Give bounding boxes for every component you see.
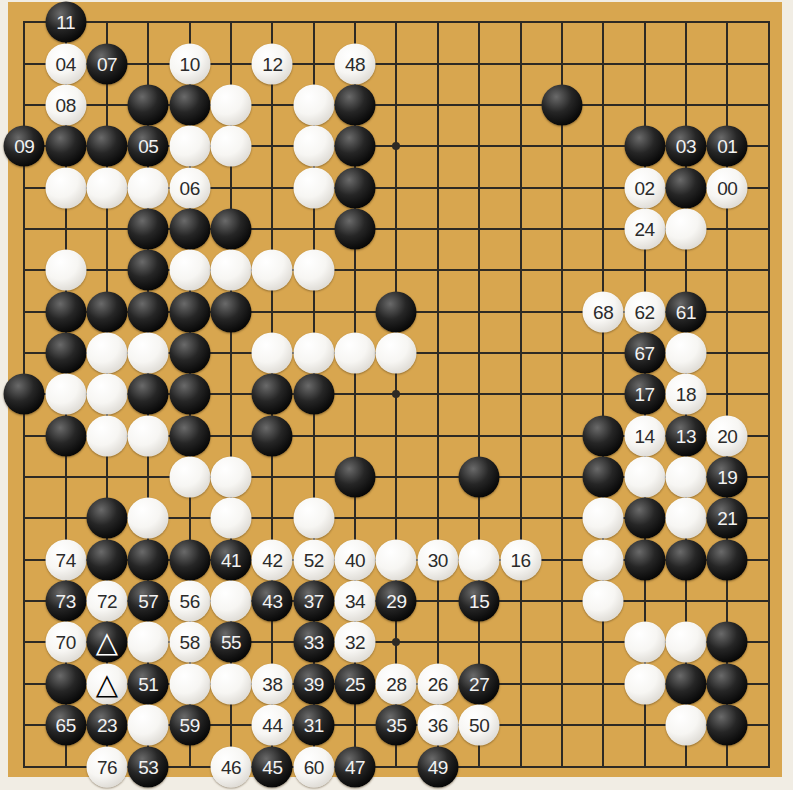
stone-black bbox=[252, 374, 293, 415]
stone-white bbox=[169, 457, 210, 498]
move-number-label: 32 bbox=[345, 633, 365, 652]
stone-black bbox=[169, 84, 210, 125]
stone-black bbox=[335, 167, 376, 208]
move-number-label: 74 bbox=[56, 550, 76, 569]
stone-black bbox=[665, 663, 706, 704]
stone-white bbox=[45, 374, 86, 415]
stone-black: 57 bbox=[128, 581, 169, 622]
stone-white: 08 bbox=[45, 84, 86, 125]
stone-white: 48 bbox=[335, 43, 376, 84]
stone-black bbox=[128, 291, 169, 332]
stone-white: 62 bbox=[624, 291, 665, 332]
stone-black: 13 bbox=[665, 415, 706, 456]
stone-white: △ bbox=[87, 663, 128, 704]
stone-black bbox=[45, 291, 86, 332]
stone-white bbox=[211, 663, 252, 704]
stone-white: 56 bbox=[169, 581, 210, 622]
stone-black bbox=[87, 291, 128, 332]
stone-black: 65 bbox=[45, 705, 86, 746]
move-number-label: 16 bbox=[510, 550, 530, 569]
stone-black bbox=[583, 457, 624, 498]
move-number-label: 14 bbox=[634, 426, 654, 445]
move-number-label: 38 bbox=[262, 674, 282, 693]
stone-white: 30 bbox=[417, 539, 458, 580]
stone-white bbox=[87, 415, 128, 456]
move-number-label: 01 bbox=[717, 137, 737, 156]
stone-white: 04 bbox=[45, 43, 86, 84]
stone-black: 61 bbox=[665, 291, 706, 332]
stone-black: 39 bbox=[293, 663, 334, 704]
move-number-label: 44 bbox=[262, 716, 282, 735]
stone-white bbox=[293, 167, 334, 208]
stone-white: 14 bbox=[624, 415, 665, 456]
star-point bbox=[392, 390, 400, 398]
move-number-label: 27 bbox=[469, 674, 489, 693]
move-number-label: 20 bbox=[717, 426, 737, 445]
stone-white bbox=[665, 208, 706, 249]
stone-black: 41 bbox=[211, 539, 252, 580]
move-number-label: 00 bbox=[717, 178, 737, 197]
stone-black: 49 bbox=[417, 746, 458, 787]
move-number-label: 35 bbox=[386, 716, 406, 735]
stone-black bbox=[169, 539, 210, 580]
stone-white bbox=[293, 126, 334, 167]
stone-black: 59 bbox=[169, 705, 210, 746]
stone-white bbox=[87, 333, 128, 374]
stone-white bbox=[128, 415, 169, 456]
stone-black bbox=[252, 415, 293, 456]
stone-white bbox=[624, 663, 665, 704]
stone-black: 23 bbox=[87, 705, 128, 746]
move-number-label: 33 bbox=[304, 633, 324, 652]
stone-white: 44 bbox=[252, 705, 293, 746]
stone-black bbox=[335, 208, 376, 249]
move-number-label: 47 bbox=[345, 757, 365, 776]
stone-white: 58 bbox=[169, 622, 210, 663]
stone-black bbox=[376, 291, 417, 332]
stone-black bbox=[211, 208, 252, 249]
stone-white bbox=[211, 126, 252, 167]
stone-white: 20 bbox=[707, 415, 748, 456]
move-number-label: 29 bbox=[386, 592, 406, 611]
stone-black: 37 bbox=[293, 581, 334, 622]
stone-white bbox=[211, 457, 252, 498]
stone-white: 02 bbox=[624, 167, 665, 208]
stone-white bbox=[376, 539, 417, 580]
triangle-mark: △ bbox=[96, 628, 118, 657]
stone-white bbox=[252, 250, 293, 291]
stone-black bbox=[128, 208, 169, 249]
stone-white bbox=[293, 84, 334, 125]
stone-white bbox=[128, 167, 169, 208]
stone-white bbox=[169, 126, 210, 167]
stone-white: 52 bbox=[293, 539, 334, 580]
move-number-label: 17 bbox=[634, 385, 654, 404]
move-number-label: 13 bbox=[676, 426, 696, 445]
stone-white bbox=[211, 498, 252, 539]
move-number-label: 40 bbox=[345, 550, 365, 569]
stone-white: 28 bbox=[376, 663, 417, 704]
stone-black bbox=[45, 126, 86, 167]
stone-black bbox=[169, 333, 210, 374]
stone-black bbox=[624, 126, 665, 167]
stone-white bbox=[583, 539, 624, 580]
stone-black: 17 bbox=[624, 374, 665, 415]
stone-black: 07 bbox=[87, 43, 128, 84]
stone-black bbox=[624, 498, 665, 539]
move-number-label: 41 bbox=[221, 550, 241, 569]
move-number-label: 58 bbox=[180, 633, 200, 652]
stone-black bbox=[624, 539, 665, 580]
stone-white bbox=[665, 498, 706, 539]
move-number-label: 60 bbox=[304, 757, 324, 776]
stone-white bbox=[293, 333, 334, 374]
stone-white: 60 bbox=[293, 746, 334, 787]
stone-black: 31 bbox=[293, 705, 334, 746]
stone-white: 74 bbox=[45, 539, 86, 580]
stone-white bbox=[87, 374, 128, 415]
stone-white bbox=[211, 250, 252, 291]
stone-white: 10 bbox=[169, 43, 210, 84]
stone-white: 26 bbox=[417, 663, 458, 704]
move-number-label: 24 bbox=[634, 219, 654, 238]
move-number-label: 39 bbox=[304, 674, 324, 693]
stone-black bbox=[211, 291, 252, 332]
stone-white bbox=[335, 333, 376, 374]
move-number-label: 61 bbox=[676, 302, 696, 321]
stone-white: 76 bbox=[87, 746, 128, 787]
grid-line-vertical bbox=[561, 21, 563, 767]
stone-black bbox=[707, 663, 748, 704]
move-number-label: 21 bbox=[717, 509, 737, 528]
stone-black bbox=[707, 705, 748, 746]
stone-black bbox=[707, 539, 748, 580]
stone-black: 51 bbox=[128, 663, 169, 704]
stone-white bbox=[459, 539, 500, 580]
stone-white bbox=[665, 622, 706, 663]
move-number-label: 10 bbox=[180, 54, 200, 73]
stone-black bbox=[128, 374, 169, 415]
stone-black: 53 bbox=[128, 746, 169, 787]
move-number-label: 52 bbox=[304, 550, 324, 569]
stone-white bbox=[211, 581, 252, 622]
stone-black: 35 bbox=[376, 705, 417, 746]
grid-line-vertical bbox=[478, 21, 480, 767]
stone-white: 70 bbox=[45, 622, 86, 663]
move-number-label: 49 bbox=[428, 757, 448, 776]
triangle-mark: △ bbox=[96, 669, 118, 698]
move-number-label: 37 bbox=[304, 592, 324, 611]
stone-white: 24 bbox=[624, 208, 665, 249]
stone-white: 06 bbox=[169, 167, 210, 208]
move-number-label: 30 bbox=[428, 550, 448, 569]
stone-black bbox=[169, 415, 210, 456]
move-number-label: 08 bbox=[56, 95, 76, 114]
move-number-label: 02 bbox=[634, 178, 654, 197]
grid-line-vertical bbox=[520, 21, 522, 767]
stone-black bbox=[583, 415, 624, 456]
move-number-label: 50 bbox=[469, 716, 489, 735]
move-number-label: 11 bbox=[56, 13, 75, 32]
move-number-label: 43 bbox=[262, 592, 282, 611]
stone-white: 46 bbox=[211, 746, 252, 787]
stone-black bbox=[293, 374, 334, 415]
stone-white bbox=[169, 250, 210, 291]
stone-white: 16 bbox=[500, 539, 541, 580]
move-number-label: 59 bbox=[180, 716, 200, 735]
stone-white: 38 bbox=[252, 663, 293, 704]
move-number-label: 62 bbox=[634, 302, 654, 321]
go-board-diagram: 1104071012480809050301060200246862616717… bbox=[0, 0, 793, 790]
stone-white: 18 bbox=[665, 374, 706, 415]
stone-white bbox=[624, 457, 665, 498]
move-number-label: 19 bbox=[717, 468, 737, 487]
stone-black bbox=[541, 84, 582, 125]
stone-white: 42 bbox=[252, 539, 293, 580]
stone-black bbox=[4, 374, 45, 415]
move-number-label: 03 bbox=[676, 137, 696, 156]
stone-white: 40 bbox=[335, 539, 376, 580]
move-number-label: 15 bbox=[469, 592, 489, 611]
move-number-label: 73 bbox=[56, 592, 76, 611]
stone-black: 47 bbox=[335, 746, 376, 787]
stone-white bbox=[128, 705, 169, 746]
move-number-label: 04 bbox=[56, 54, 76, 73]
star-point bbox=[392, 638, 400, 646]
stone-white bbox=[583, 498, 624, 539]
stone-black: 29 bbox=[376, 581, 417, 622]
stone-black: 05 bbox=[128, 126, 169, 167]
stone-white bbox=[293, 498, 334, 539]
move-number-label: 31 bbox=[304, 716, 324, 735]
move-number-label: 56 bbox=[180, 592, 200, 611]
stone-black bbox=[45, 333, 86, 374]
move-number-label: 09 bbox=[14, 137, 34, 156]
move-number-label: 72 bbox=[97, 592, 117, 611]
stone-white: 34 bbox=[335, 581, 376, 622]
stone-white bbox=[128, 622, 169, 663]
move-number-label: 46 bbox=[221, 757, 241, 776]
move-number-label: 23 bbox=[97, 716, 117, 735]
stone-white: 12 bbox=[252, 43, 293, 84]
stone-black bbox=[87, 126, 128, 167]
stone-black: 09 bbox=[4, 126, 45, 167]
stone-white bbox=[45, 167, 86, 208]
move-number-label: 65 bbox=[56, 716, 76, 735]
move-number-label: 55 bbox=[221, 633, 241, 652]
stone-white bbox=[624, 622, 665, 663]
stone-black bbox=[665, 167, 706, 208]
stone-black bbox=[169, 291, 210, 332]
stone-white bbox=[252, 333, 293, 374]
move-number-label: 28 bbox=[386, 674, 406, 693]
stone-black: 21 bbox=[707, 498, 748, 539]
move-number-label: 34 bbox=[345, 592, 365, 611]
move-number-label: 12 bbox=[262, 54, 282, 73]
stone-white: 32 bbox=[335, 622, 376, 663]
stone-black bbox=[128, 84, 169, 125]
stone-black: 03 bbox=[665, 126, 706, 167]
move-number-label: 51 bbox=[138, 674, 158, 693]
stone-black bbox=[45, 663, 86, 704]
stone-black: 33 bbox=[293, 622, 334, 663]
stone-white bbox=[665, 333, 706, 374]
stone-black: 01 bbox=[707, 126, 748, 167]
stone-black bbox=[335, 457, 376, 498]
grid-line-vertical bbox=[437, 21, 439, 767]
stone-black bbox=[169, 208, 210, 249]
stone-white bbox=[87, 167, 128, 208]
move-number-label: 26 bbox=[428, 674, 448, 693]
move-number-label: 45 bbox=[262, 757, 282, 776]
stone-black: 67 bbox=[624, 333, 665, 374]
stone-black: 27 bbox=[459, 663, 500, 704]
stone-black bbox=[665, 539, 706, 580]
move-number-label: 25 bbox=[345, 674, 365, 693]
stone-black bbox=[128, 539, 169, 580]
stone-white bbox=[45, 250, 86, 291]
stone-white bbox=[665, 705, 706, 746]
move-number-label: 07 bbox=[97, 54, 117, 73]
stone-black: 55 bbox=[211, 622, 252, 663]
move-number-label: 67 bbox=[634, 344, 654, 363]
stone-white: 00 bbox=[707, 167, 748, 208]
stone-black: 45 bbox=[252, 746, 293, 787]
stone-white bbox=[583, 581, 624, 622]
grid-line-vertical bbox=[602, 21, 604, 767]
move-number-label: 53 bbox=[138, 757, 158, 776]
move-number-label: 36 bbox=[428, 716, 448, 735]
move-number-label: 57 bbox=[138, 592, 158, 611]
stone-white bbox=[665, 457, 706, 498]
move-number-label: 48 bbox=[345, 54, 365, 73]
stone-black bbox=[459, 457, 500, 498]
stone-white bbox=[169, 663, 210, 704]
stone-black: 19 bbox=[707, 457, 748, 498]
stone-white bbox=[376, 333, 417, 374]
stone-black bbox=[335, 84, 376, 125]
stone-black: 25 bbox=[335, 663, 376, 704]
stone-black bbox=[128, 250, 169, 291]
stone-white bbox=[211, 84, 252, 125]
stone-black bbox=[707, 622, 748, 663]
stone-black bbox=[335, 126, 376, 167]
stone-black: 43 bbox=[252, 581, 293, 622]
grid-line-vertical bbox=[768, 21, 770, 767]
move-number-label: 42 bbox=[262, 550, 282, 569]
stone-white: 36 bbox=[417, 705, 458, 746]
stone-white: 72 bbox=[87, 581, 128, 622]
stone-black: 15 bbox=[459, 581, 500, 622]
stone-black bbox=[87, 498, 128, 539]
star-point bbox=[392, 142, 400, 150]
stone-white: 50 bbox=[459, 705, 500, 746]
move-number-label: 06 bbox=[180, 178, 200, 197]
stone-black: 73 bbox=[45, 581, 86, 622]
stone-white bbox=[128, 498, 169, 539]
stone-black bbox=[169, 374, 210, 415]
move-number-label: 76 bbox=[97, 757, 117, 776]
stone-white: 68 bbox=[583, 291, 624, 332]
move-number-label: 68 bbox=[593, 302, 613, 321]
move-number-label: 70 bbox=[56, 633, 76, 652]
stone-black bbox=[45, 415, 86, 456]
stone-black: 11 bbox=[45, 2, 86, 43]
stone-black bbox=[87, 539, 128, 580]
move-number-label: 18 bbox=[676, 385, 696, 404]
stone-black: △ bbox=[87, 622, 128, 663]
stone-white bbox=[128, 333, 169, 374]
stone-white bbox=[293, 250, 334, 291]
move-number-label: 05 bbox=[138, 137, 158, 156]
